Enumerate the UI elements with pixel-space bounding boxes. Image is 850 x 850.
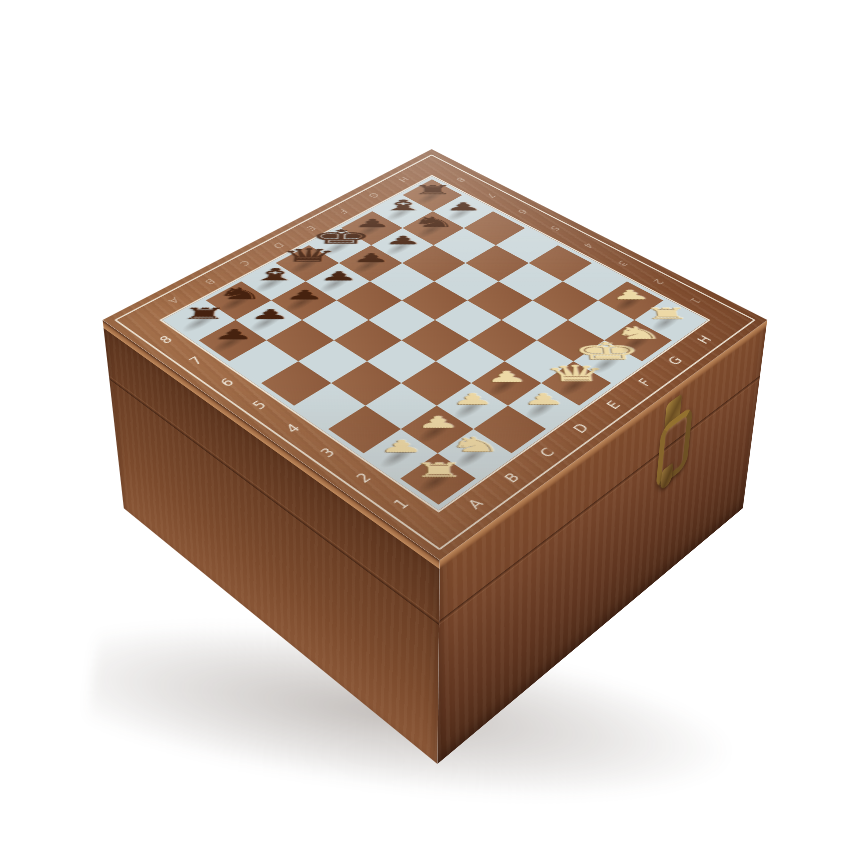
black-rook-glyph: ♜ bbox=[412, 184, 454, 196]
black-pawn-glyph: ♟ bbox=[444, 201, 482, 212]
black-rook-glyph: ♜ bbox=[179, 306, 228, 321]
black-pawn-glyph: ♟ bbox=[383, 234, 422, 246]
product-photo-canvas: 8AA87BB76CC65DD54EE43FF32GG21HH1 ♜♞♝♛♚♟♝… bbox=[0, 0, 850, 850]
black-pawn-glyph: ♟ bbox=[351, 252, 391, 264]
black-knight-glyph: ♞ bbox=[410, 215, 456, 229]
black-queen-glyph: ♛ bbox=[278, 246, 337, 264]
black-bishop-glyph: ♝ bbox=[247, 266, 301, 283]
black-pawn-glyph: ♟ bbox=[283, 288, 325, 301]
black-knight-glyph: ♞ bbox=[214, 286, 265, 302]
white-pawn-glyph: ♟ bbox=[608, 288, 651, 301]
perspective-wrapper: 8AA87BB76CC65DD54EE43FF32GG21HH1 ♜♞♝♛♚♟♝… bbox=[200, 85, 670, 555]
black-bishop-glyph: ♝ bbox=[378, 198, 427, 213]
black-pawn-glyph: ♟ bbox=[318, 270, 359, 283]
chess-box: 8AA87BB76CC65DD54EE43FF32GG21HH1 ♜♞♝♛♚♟♝… bbox=[103, 149, 768, 560]
white-rook-glyph: ♜ bbox=[642, 306, 692, 321]
black-pawn-glyph: ♟ bbox=[248, 307, 291, 321]
